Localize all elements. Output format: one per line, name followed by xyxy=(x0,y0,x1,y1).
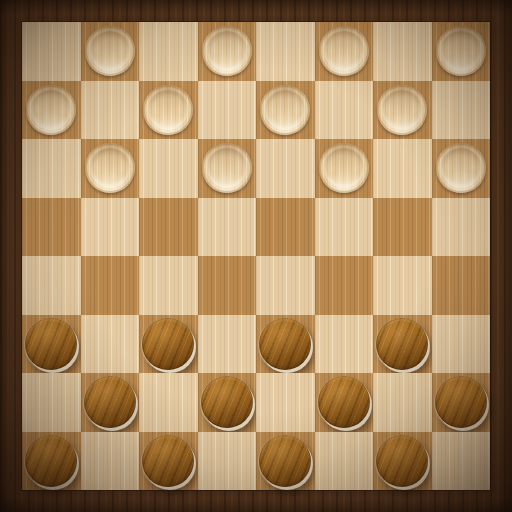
square-r0c0 xyxy=(22,22,81,81)
square-r6c4 xyxy=(256,373,315,432)
square-r7c6[interactable]: ⛂ xyxy=(373,432,432,491)
square-r3c2[interactable] xyxy=(139,198,198,257)
square-r7c3 xyxy=(198,432,257,491)
square-r0c2 xyxy=(139,22,198,81)
square-r4c3[interactable] xyxy=(198,256,257,315)
white-piece[interactable]: ⛀ xyxy=(85,26,135,76)
square-r6c7[interactable]: ⛂ xyxy=(432,373,491,432)
square-r2c3[interactable]: ⛀ xyxy=(198,139,257,198)
checkers-game-screen: ⛀⛀⛀⛀⛀⛀⛀⛀⛀⛀⛀⛀⛂⛂⛂⛂⛂⛂⛂⛂⛂⛂⛂⛂ xyxy=(0,0,512,512)
square-r4c0 xyxy=(22,256,81,315)
dark-piece[interactable]: ⛂ xyxy=(376,318,428,370)
dark-piece[interactable]: ⛂ xyxy=(201,376,253,428)
checkers-board[interactable]: ⛀⛀⛀⛀⛀⛀⛀⛀⛀⛀⛀⛀⛂⛂⛂⛂⛂⛂⛂⛂⛂⛂⛂⛂ xyxy=(22,22,490,490)
white-piece[interactable]: ⛀ xyxy=(436,26,486,76)
square-r2c7[interactable]: ⛀ xyxy=(432,139,491,198)
dark-piece[interactable]: ⛂ xyxy=(142,318,194,370)
white-piece[interactable]: ⛀ xyxy=(319,26,369,76)
square-r5c4[interactable]: ⛂ xyxy=(256,315,315,374)
square-r3c4[interactable] xyxy=(256,198,315,257)
dark-piece[interactable]: ⛂ xyxy=(318,376,370,428)
square-r4c6 xyxy=(373,256,432,315)
square-r2c4 xyxy=(256,139,315,198)
dark-piece[interactable]: ⛂ xyxy=(25,435,77,487)
dark-piece[interactable]: ⛂ xyxy=(376,435,428,487)
dark-piece[interactable]: ⛂ xyxy=(259,318,311,370)
square-r0c1[interactable]: ⛀ xyxy=(81,22,140,81)
square-r7c5 xyxy=(315,432,374,491)
square-r4c1[interactable] xyxy=(81,256,140,315)
square-r0c3[interactable]: ⛀ xyxy=(198,22,257,81)
square-r7c1 xyxy=(81,432,140,491)
square-r0c4 xyxy=(256,22,315,81)
dark-piece[interactable]: ⛂ xyxy=(84,376,136,428)
square-r5c2[interactable]: ⛂ xyxy=(139,315,198,374)
square-r1c1 xyxy=(81,81,140,140)
square-r6c3[interactable]: ⛂ xyxy=(198,373,257,432)
white-piece[interactable]: ⛀ xyxy=(319,143,369,193)
dark-piece[interactable]: ⛂ xyxy=(142,435,194,487)
square-r7c2[interactable]: ⛂ xyxy=(139,432,198,491)
white-piece[interactable]: ⛀ xyxy=(85,143,135,193)
square-r6c1[interactable]: ⛂ xyxy=(81,373,140,432)
square-r6c6 xyxy=(373,373,432,432)
square-r1c4[interactable]: ⛀ xyxy=(256,81,315,140)
white-piece[interactable]: ⛀ xyxy=(143,85,193,135)
square-r0c5[interactable]: ⛀ xyxy=(315,22,374,81)
square-r1c3 xyxy=(198,81,257,140)
square-r1c7 xyxy=(432,81,491,140)
square-r3c7 xyxy=(432,198,491,257)
dark-piece[interactable]: ⛂ xyxy=(25,318,77,370)
square-r5c3 xyxy=(198,315,257,374)
square-r7c0[interactable]: ⛂ xyxy=(22,432,81,491)
square-r2c1[interactable]: ⛀ xyxy=(81,139,140,198)
square-r0c6 xyxy=(373,22,432,81)
square-r7c4[interactable]: ⛂ xyxy=(256,432,315,491)
dark-piece[interactable]: ⛂ xyxy=(435,376,487,428)
white-piece[interactable]: ⛀ xyxy=(202,143,252,193)
square-r6c5[interactable]: ⛂ xyxy=(315,373,374,432)
square-r2c0 xyxy=(22,139,81,198)
square-r4c2 xyxy=(139,256,198,315)
square-r3c5 xyxy=(315,198,374,257)
square-r5c6[interactable]: ⛂ xyxy=(373,315,432,374)
square-r2c2 xyxy=(139,139,198,198)
square-r2c6 xyxy=(373,139,432,198)
white-piece[interactable]: ⛀ xyxy=(202,26,252,76)
square-r5c0[interactable]: ⛂ xyxy=(22,315,81,374)
square-r2c5[interactable]: ⛀ xyxy=(315,139,374,198)
square-r1c5 xyxy=(315,81,374,140)
square-r3c3 xyxy=(198,198,257,257)
square-r5c1 xyxy=(81,315,140,374)
white-piece[interactable]: ⛀ xyxy=(377,85,427,135)
square-r3c6[interactable] xyxy=(373,198,432,257)
square-r4c7[interactable] xyxy=(432,256,491,315)
square-r1c6[interactable]: ⛀ xyxy=(373,81,432,140)
square-r1c2[interactable]: ⛀ xyxy=(139,81,198,140)
square-r3c1 xyxy=(81,198,140,257)
square-r3c0[interactable] xyxy=(22,198,81,257)
square-r1c0[interactable]: ⛀ xyxy=(22,81,81,140)
square-r6c2 xyxy=(139,373,198,432)
square-r5c7 xyxy=(432,315,491,374)
square-r6c0 xyxy=(22,373,81,432)
dark-piece[interactable]: ⛂ xyxy=(259,435,311,487)
white-piece[interactable]: ⛀ xyxy=(26,85,76,135)
square-r0c7[interactable]: ⛀ xyxy=(432,22,491,81)
square-r4c4 xyxy=(256,256,315,315)
square-r7c7 xyxy=(432,432,491,491)
square-r4c5[interactable] xyxy=(315,256,374,315)
white-piece[interactable]: ⛀ xyxy=(436,143,486,193)
white-piece[interactable]: ⛀ xyxy=(260,85,310,135)
square-r5c5 xyxy=(315,315,374,374)
